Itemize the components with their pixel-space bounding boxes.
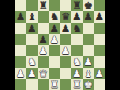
square-e7[interactable]: ♛ <box>60 11 71 22</box>
square-g4[interactable] <box>83 45 94 56</box>
square-g3[interactable]: ♟ <box>83 56 94 67</box>
piece-white-pawn[interactable]: ♟ <box>72 68 81 79</box>
piece-black-king[interactable]: ♚ <box>84 0 93 11</box>
square-c3[interactable] <box>38 56 49 67</box>
piece-black-knight[interactable]: ♞ <box>50 11 59 22</box>
piece-white-knight[interactable]: ♞ <box>72 56 81 67</box>
chess-app-viewport: ♜♜♚♟♝♞♛♟♟♟♟♟♟♞♟♟♟♟♞♞♟♟♟♛♟♝♟♜♜♚ <box>0 0 120 90</box>
square-f7[interactable]: ♟ <box>71 11 82 22</box>
piece-white-pawn[interactable]: ♟ <box>50 34 59 45</box>
piece-white-pawn[interactable]: ♟ <box>39 45 48 56</box>
square-d8[interactable] <box>49 0 60 11</box>
square-c4[interactable]: ♟ <box>38 45 49 56</box>
square-c6[interactable] <box>38 23 49 34</box>
piece-white-pawn[interactable]: ♟ <box>61 45 70 56</box>
piece-white-knight[interactable]: ♞ <box>27 56 36 67</box>
square-a2[interactable]: ♟ <box>15 68 26 79</box>
square-b4[interactable] <box>26 45 37 56</box>
piece-black-pawn[interactable]: ♟ <box>72 11 81 22</box>
square-f4[interactable] <box>71 45 82 56</box>
square-g5[interactable] <box>83 34 94 45</box>
square-c1[interactable] <box>38 79 49 90</box>
square-c8[interactable]: ♜ <box>38 0 49 11</box>
piece-white-pawn[interactable]: ♟ <box>27 68 36 79</box>
piece-black-pawn[interactable]: ♟ <box>95 11 104 22</box>
letterbox-right <box>105 0 120 90</box>
square-f1[interactable]: ♜ <box>71 79 82 90</box>
square-a7[interactable]: ♟ <box>15 11 26 22</box>
letterbox-left <box>0 0 15 90</box>
square-b3[interactable]: ♞ <box>26 56 37 67</box>
piece-black-pawn[interactable]: ♟ <box>39 34 48 45</box>
square-h7[interactable]: ♟ <box>94 11 105 22</box>
square-a8[interactable] <box>15 0 26 11</box>
piece-black-pawn[interactable]: ♟ <box>27 23 36 34</box>
square-e6[interactable]: ♟ <box>60 23 71 34</box>
piece-white-pawn[interactable]: ♟ <box>16 68 25 79</box>
square-b6[interactable]: ♟ <box>26 23 37 34</box>
square-g6[interactable] <box>83 23 94 34</box>
piece-black-knight[interactable]: ♞ <box>72 23 81 34</box>
square-b7[interactable]: ♝ <box>26 11 37 22</box>
piece-black-rook[interactable]: ♜ <box>39 0 48 11</box>
square-e8[interactable] <box>60 0 71 11</box>
square-d5[interactable]: ♟ <box>49 34 60 45</box>
piece-white-queen[interactable]: ♛ <box>39 68 48 79</box>
square-d3[interactable] <box>49 56 60 67</box>
square-c5[interactable]: ♟ <box>38 34 49 45</box>
square-b2[interactable]: ♟ <box>26 68 37 79</box>
piece-white-pawn[interactable]: ♟ <box>84 56 93 67</box>
square-a3[interactable] <box>15 56 26 67</box>
piece-black-pawn[interactable]: ♟ <box>84 11 93 22</box>
square-f8[interactable]: ♜ <box>71 0 82 11</box>
square-d6[interactable]: ♟ <box>49 23 60 34</box>
square-h8[interactable] <box>94 0 105 11</box>
piece-white-pawn[interactable]: ♟ <box>95 68 104 79</box>
square-c7[interactable] <box>38 11 49 22</box>
piece-black-bishop[interactable]: ♝ <box>27 11 36 22</box>
square-f3[interactable]: ♞ <box>71 56 82 67</box>
square-d1[interactable]: ♜ <box>49 79 60 90</box>
piece-black-queen[interactable]: ♛ <box>61 11 70 22</box>
square-e4[interactable]: ♟ <box>60 45 71 56</box>
square-b5[interactable] <box>26 34 37 45</box>
square-c2[interactable]: ♛ <box>38 68 49 79</box>
square-g8[interactable]: ♚ <box>83 0 94 11</box>
square-e1[interactable] <box>60 79 71 90</box>
square-e2[interactable] <box>60 68 71 79</box>
square-b1[interactable] <box>26 79 37 90</box>
square-g1[interactable]: ♚ <box>83 79 94 90</box>
square-h5[interactable] <box>94 34 105 45</box>
square-b8[interactable] <box>26 0 37 11</box>
square-f5[interactable] <box>71 34 82 45</box>
square-a4[interactable] <box>15 45 26 56</box>
piece-white-king[interactable]: ♚ <box>84 79 93 90</box>
square-d7[interactable]: ♞ <box>49 11 60 22</box>
piece-black-pawn[interactable]: ♟ <box>16 11 25 22</box>
piece-white-rook[interactable]: ♜ <box>50 79 59 90</box>
piece-white-bishop[interactable]: ♝ <box>84 68 93 79</box>
square-h2[interactable]: ♟ <box>94 68 105 79</box>
square-h1[interactable] <box>94 79 105 90</box>
piece-black-pawn[interactable]: ♟ <box>50 23 59 34</box>
square-g7[interactable]: ♟ <box>83 11 94 22</box>
square-f6[interactable]: ♞ <box>71 23 82 34</box>
chess-board[interactable]: ♜♜♚♟♝♞♛♟♟♟♟♟♟♞♟♟♟♟♞♞♟♟♟♛♟♝♟♜♜♚ <box>15 0 105 90</box>
square-g2[interactable]: ♝ <box>83 68 94 79</box>
square-a1[interactable] <box>15 79 26 90</box>
piece-black-pawn[interactable]: ♟ <box>61 23 70 34</box>
square-a6[interactable] <box>15 23 26 34</box>
piece-black-rook[interactable]: ♜ <box>72 0 81 11</box>
square-d2[interactable] <box>49 68 60 79</box>
square-h4[interactable] <box>94 45 105 56</box>
square-e5[interactable] <box>60 34 71 45</box>
square-d4[interactable] <box>49 45 60 56</box>
piece-white-rook[interactable]: ♜ <box>72 79 81 90</box>
square-h6[interactable] <box>94 23 105 34</box>
square-h3[interactable] <box>94 56 105 67</box>
square-e3[interactable] <box>60 56 71 67</box>
square-f2[interactable]: ♟ <box>71 68 82 79</box>
square-a5[interactable] <box>15 34 26 45</box>
